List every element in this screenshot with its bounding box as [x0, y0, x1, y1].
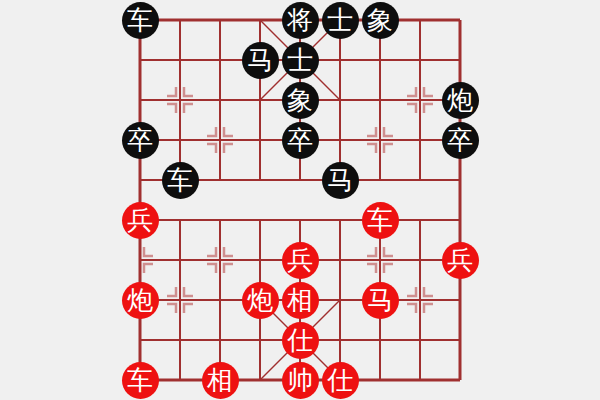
piece-black-advisor[interactable]: 士 — [322, 2, 359, 39]
piece-black-chariot[interactable]: 车 — [122, 2, 159, 39]
xiangqi-pieces-layer: 车将士象马士象炮卒卒卒车马兵车兵兵炮炮相马仕车相帅仕 — [120, 0, 480, 400]
piece-red-horse[interactable]: 马 — [362, 282, 399, 319]
piece-red-general[interactable]: 帅 — [282, 362, 319, 399]
piece-red-advisor[interactable]: 仕 — [282, 322, 319, 359]
piece-red-soldier[interactable]: 兵 — [122, 202, 159, 239]
piece-red-elephant[interactable]: 相 — [282, 282, 319, 319]
piece-red-chariot[interactable]: 车 — [362, 202, 399, 239]
piece-black-advisor[interactable]: 士 — [282, 42, 319, 79]
piece-red-cannon[interactable]: 炮 — [122, 282, 159, 319]
piece-black-horse[interactable]: 马 — [242, 42, 279, 79]
piece-red-soldier[interactable]: 兵 — [282, 242, 319, 279]
piece-red-elephant[interactable]: 相 — [202, 362, 239, 399]
piece-black-general[interactable]: 将 — [282, 2, 319, 39]
piece-black-elephant[interactable]: 象 — [362, 2, 399, 39]
piece-red-chariot[interactable]: 车 — [122, 362, 159, 399]
piece-black-soldier[interactable]: 卒 — [122, 122, 159, 159]
piece-black-soldier[interactable]: 卒 — [282, 122, 319, 159]
piece-black-elephant[interactable]: 象 — [282, 82, 319, 119]
piece-black-horse[interactable]: 马 — [322, 162, 359, 199]
piece-black-chariot[interactable]: 车 — [162, 162, 199, 199]
piece-red-cannon[interactable]: 炮 — [242, 282, 279, 319]
piece-black-soldier[interactable]: 卒 — [442, 122, 479, 159]
xiangqi-screenshot: 车将士象马士象炮卒卒卒车马兵车兵兵炮炮相马仕车相帅仕 — [0, 0, 600, 400]
piece-black-cannon[interactable]: 炮 — [442, 82, 479, 119]
piece-red-soldier[interactable]: 兵 — [442, 242, 479, 279]
piece-red-advisor[interactable]: 仕 — [322, 362, 359, 399]
